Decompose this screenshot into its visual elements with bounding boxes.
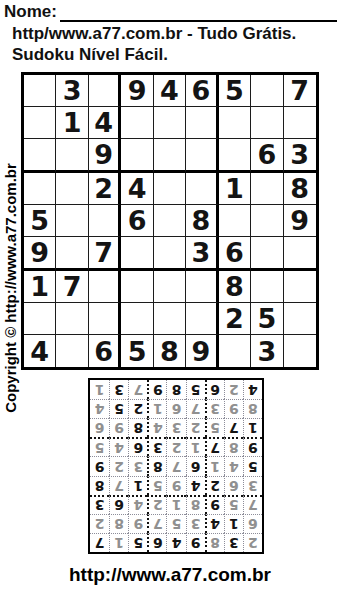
puzzle-cell-r9c2[interactable] [56, 335, 88, 367]
puzzle-cell-r2c4[interactable] [121, 107, 153, 139]
solution-cell-r9c3: 6 [205, 380, 224, 399]
puzzle-cell-r9c7[interactable] [219, 335, 251, 367]
solution-cell-r6c9: 5 [90, 437, 109, 456]
puzzle-cell-r7c1[interactable]: 1 [24, 271, 56, 303]
puzzle-cell-r3c6[interactable] [186, 139, 218, 173]
solution-cell-r4c4: 4 [186, 476, 205, 495]
puzzle-cell-r4c4[interactable]: 4 [121, 173, 153, 205]
solution-cell-r1c6: 6 [147, 533, 166, 552]
puzzle-cell-r1c3[interactable] [89, 75, 121, 107]
solution-cell-r5c8: 2 [109, 456, 128, 475]
puzzle-cell-r3c9[interactable]: 3 [284, 139, 316, 173]
solution-cell-r7c1: 1 [243, 418, 262, 437]
solution-cell-r1c7: 5 [128, 533, 147, 552]
puzzle-cell-r2c2[interactable]: 1 [56, 107, 88, 139]
puzzle-cell-r8c2[interactable] [56, 303, 88, 335]
solution-cell-r1c9: 7 [90, 533, 109, 552]
solution-cell-r6c3: 7 [205, 437, 224, 456]
puzzle-cell-r5c4[interactable]: 6 [121, 205, 153, 237]
solution-cell-r3c7: 4 [128, 495, 147, 514]
puzzle-cell-r7c8[interactable] [251, 271, 283, 303]
solution-cell-r2c6: 7 [147, 514, 166, 533]
puzzle-cell-r4c5[interactable] [154, 173, 186, 205]
solution-cell-r1c2: 3 [224, 533, 243, 552]
puzzle-cell-r4c8[interactable] [251, 173, 283, 205]
puzzle-cell-r4c1[interactable] [24, 173, 56, 205]
puzzle-cell-r8c7[interactable]: 2 [219, 303, 251, 335]
puzzle-cell-r6c9[interactable] [284, 237, 316, 271]
solution-cell-r5c9: 9 [90, 456, 109, 475]
puzzle-cell-r2c3[interactable]: 4 [89, 107, 121, 139]
puzzle-cell-r9c3[interactable]: 6 [89, 335, 121, 367]
solution-cell-r9c7: 7 [128, 380, 147, 399]
copyright-vertical-text: Copyright © http://www.a77.com.br [2, 163, 19, 413]
puzzle-cell-r7c5[interactable] [154, 271, 186, 303]
puzzle-cell-r6c5[interactable] [154, 237, 186, 271]
solution-cell-r8c2: 9 [224, 399, 243, 418]
solution-cell-r6c2: 8 [224, 437, 243, 456]
solution-cell-r5c7: 3 [128, 456, 147, 475]
sudoku-solution-grid-upside-down: 2389465176143579827598124633624951785416… [88, 378, 264, 554]
solution-cell-r5c1: 5 [243, 456, 262, 475]
solution-cell-r5c3: 1 [205, 456, 224, 475]
solution-cell-r2c5: 5 [166, 514, 185, 533]
solution-cell-r7c8: 9 [109, 418, 128, 437]
solution-cell-r3c2: 5 [224, 495, 243, 514]
puzzle-cell-r3c3[interactable]: 9 [89, 139, 121, 173]
solution-cell-r6c7: 6 [128, 437, 147, 456]
puzzle-cell-r8c1[interactable] [24, 303, 56, 335]
solution-cell-r2c9: 2 [90, 514, 109, 533]
solution-cell-r7c7: 8 [128, 418, 147, 437]
solution-cell-r7c3: 5 [205, 418, 224, 437]
puzzle-cell-r5c2[interactable] [56, 205, 88, 237]
puzzle-level-title: Sudoku Nível Fácil. [12, 45, 168, 65]
puzzle-cell-r2c7[interactable] [219, 107, 251, 139]
puzzle-cell-r3c1[interactable] [24, 139, 56, 173]
solution-cell-r2c8: 8 [109, 514, 128, 533]
solution-cell-r7c2: 7 [224, 418, 243, 437]
sudoku-puzzle-grid: 3946571496324185689973617825465893 [21, 72, 319, 370]
puzzle-cell-r5c9[interactable]: 9 [284, 205, 316, 237]
solution-cell-r4c5: 9 [166, 476, 185, 495]
solution-cell-r5c2: 4 [224, 456, 243, 475]
solution-cell-r2c3: 4 [205, 514, 224, 533]
solution-cell-r7c5: 3 [166, 418, 185, 437]
puzzle-cell-r3c4[interactable] [121, 139, 153, 173]
solution-cell-r3c1: 7 [243, 495, 262, 514]
puzzle-cell-r4c7[interactable]: 1 [219, 173, 251, 205]
puzzle-cell-r5c7[interactable] [219, 205, 251, 237]
solution-cell-r3c6: 2 [147, 495, 166, 514]
solution-cell-r4c8: 7 [109, 476, 128, 495]
puzzle-cell-r9c6[interactable]: 9 [186, 335, 218, 367]
sudoku-print-page: Nome: http/www.a77.com.br - Tudo Grátis.… [0, 0, 340, 596]
puzzle-cell-r9c9[interactable] [284, 335, 316, 367]
puzzle-cell-r4c3[interactable]: 2 [89, 173, 121, 205]
puzzle-cell-r1c8[interactable] [251, 75, 283, 107]
solution-cell-r4c3: 2 [205, 476, 224, 495]
solution-cell-r4c7: 1 [128, 476, 147, 495]
puzzle-cell-r3c7[interactable] [219, 139, 251, 173]
puzzle-cell-r1c5[interactable]: 4 [154, 75, 186, 107]
puzzle-cell-r8c8[interactable]: 5 [251, 303, 283, 335]
solution-cell-r5c4: 6 [186, 456, 205, 475]
puzzle-cell-r9c5[interactable]: 8 [154, 335, 186, 367]
puzzle-cell-r4c9[interactable]: 8 [284, 173, 316, 205]
solution-cell-r8c3: 3 [205, 399, 224, 418]
puzzle-cell-r6c6[interactable]: 3 [186, 237, 218, 271]
solution-cell-r3c9: 3 [90, 495, 109, 514]
puzzle-cell-r2c5[interactable] [154, 107, 186, 139]
puzzle-cell-r6c4[interactable] [121, 237, 153, 271]
solution-cell-r8c5: 6 [166, 399, 185, 418]
puzzle-cell-r8c9[interactable] [284, 303, 316, 335]
puzzle-cell-r7c9[interactable] [284, 271, 316, 303]
solution-cell-r6c6: 3 [147, 437, 166, 456]
solution-cell-r9c6: 9 [147, 380, 166, 399]
puzzle-cell-r2c8[interactable] [251, 107, 283, 139]
puzzle-cell-r1c4[interactable]: 9 [121, 75, 153, 107]
puzzle-cell-r6c7[interactable]: 6 [219, 237, 251, 271]
puzzle-cell-r9c1[interactable]: 4 [24, 335, 56, 367]
solution-cell-r9c2: 2 [224, 380, 243, 399]
solution-cell-r8c6: 1 [147, 399, 166, 418]
solution-cell-r8c1: 8 [243, 399, 262, 418]
solution-cell-r4c2: 6 [224, 476, 243, 495]
solution-cell-r2c7: 9 [128, 514, 147, 533]
puzzle-cell-r4c2[interactable] [56, 173, 88, 205]
solution-cell-r2c1: 6 [243, 514, 262, 533]
solution-cell-r7c6: 4 [147, 418, 166, 437]
puzzle-cell-r5c3[interactable] [89, 205, 121, 237]
puzzle-cell-r4c6[interactable] [186, 173, 218, 205]
solution-cell-r1c1: 2 [243, 533, 262, 552]
solution-cell-r1c4: 9 [186, 533, 205, 552]
solution-cell-r9c4: 5 [186, 380, 205, 399]
solution-cell-r8c9: 4 [90, 399, 109, 418]
solution-cell-r8c8: 5 [109, 399, 128, 418]
puzzle-cell-r2c9[interactable] [284, 107, 316, 139]
solution-cell-r2c4: 3 [186, 514, 205, 533]
puzzle-cell-r1c2[interactable]: 3 [56, 75, 88, 107]
solution-cell-r9c5: 8 [166, 380, 185, 399]
puzzle-cell-r2c6[interactable] [186, 107, 218, 139]
puzzle-cell-r3c8[interactable]: 6 [251, 139, 283, 173]
puzzle-cell-r3c2[interactable] [56, 139, 88, 173]
name-blank-line [60, 4, 337, 22]
solution-cell-r5c5: 7 [166, 456, 185, 475]
name-row: Nome: [4, 2, 337, 22]
solution-cell-r8c7: 2 [128, 399, 147, 418]
puzzle-cell-r3c5[interactable] [154, 139, 186, 173]
puzzle-cell-r9c8[interactable]: 3 [251, 335, 283, 367]
solution-cell-r4c9: 8 [90, 476, 109, 495]
site-headline: http/www.a77.com.br - Tudo Grátis. [12, 24, 296, 44]
solution-cell-r3c4: 8 [186, 495, 205, 514]
solution-cell-r1c3: 8 [205, 533, 224, 552]
solution-cell-r6c1: 9 [243, 437, 262, 456]
puzzle-cell-r5c6[interactable]: 8 [186, 205, 218, 237]
solution-cell-r2c2: 1 [224, 514, 243, 533]
puzzle-cell-r6c1[interactable]: 9 [24, 237, 56, 271]
solution-cell-r6c5: 2 [166, 437, 185, 456]
solution-cell-r4c6: 5 [147, 476, 166, 495]
puzzle-cell-r2c1[interactable] [24, 107, 56, 139]
solution-cell-r7c9: 6 [90, 418, 109, 437]
puzzle-cell-r8c4[interactable] [121, 303, 153, 335]
puzzle-cell-r7c6[interactable] [186, 271, 218, 303]
puzzle-cell-r1c1[interactable] [24, 75, 56, 107]
solution-cell-r7c4: 2 [186, 418, 205, 437]
puzzle-cell-r8c6[interactable] [186, 303, 218, 335]
puzzle-cell-r6c2[interactable] [56, 237, 88, 271]
solution-cell-r1c8: 1 [109, 533, 128, 552]
solution-cell-r3c3: 9 [205, 495, 224, 514]
solution-cell-r3c5: 1 [166, 495, 185, 514]
puzzle-cell-r9c4[interactable]: 5 [121, 335, 153, 367]
solution-cell-r6c8: 4 [109, 437, 128, 456]
solution-cell-r6c4: 1 [186, 437, 205, 456]
puzzle-cell-r5c1[interactable]: 5 [24, 205, 56, 237]
solution-cell-r1c5: 4 [166, 533, 185, 552]
puzzle-cell-r7c2[interactable]: 7 [56, 271, 88, 303]
solution-cell-r4c1: 3 [243, 476, 262, 495]
puzzle-cell-r7c7[interactable]: 8 [219, 271, 251, 303]
solution-cell-r9c8: 3 [109, 380, 128, 399]
solution-cell-r8c4: 7 [186, 399, 205, 418]
puzzle-cell-r7c4[interactable] [121, 271, 153, 303]
puzzle-cell-r8c5[interactable] [154, 303, 186, 335]
solution-cell-r3c8: 6 [109, 495, 128, 514]
puzzle-cell-r8c3[interactable] [89, 303, 121, 335]
solution-cell-r9c9: 1 [90, 380, 109, 399]
puzzle-cell-r1c7[interactable]: 5 [219, 75, 251, 107]
puzzle-cell-r5c5[interactable] [154, 205, 186, 237]
puzzle-cell-r1c9[interactable]: 7 [284, 75, 316, 107]
footer-url: http://www.a77.com.br [0, 564, 340, 586]
puzzle-cell-r6c3[interactable]: 7 [89, 237, 121, 271]
puzzle-cell-r7c3[interactable] [89, 271, 121, 303]
puzzle-cell-r5c8[interactable] [251, 205, 283, 237]
name-label: Nome: [4, 2, 57, 22]
puzzle-cell-r6c8[interactable] [251, 237, 283, 271]
solution-cell-r9c1: 4 [243, 380, 262, 399]
puzzle-cell-r1c6[interactable]: 6 [186, 75, 218, 107]
solution-cell-r5c6: 8 [147, 456, 166, 475]
